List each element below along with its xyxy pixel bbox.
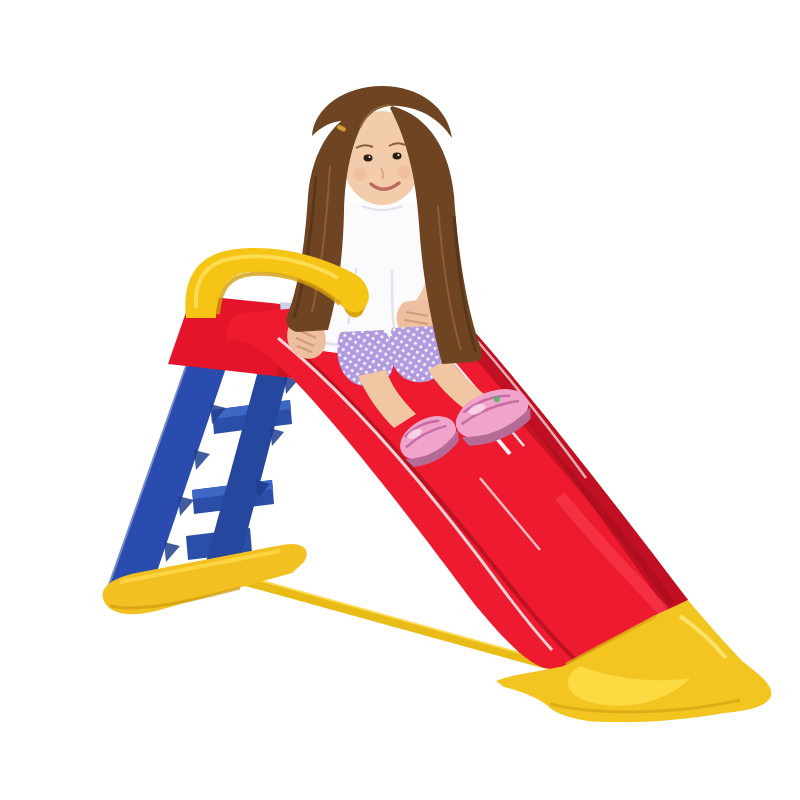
product-photo	[40, 16, 800, 800]
eye-glint	[369, 156, 371, 158]
cheek	[397, 165, 411, 179]
cheek	[353, 167, 367, 181]
right-eye	[393, 153, 402, 160]
eye-glint	[398, 154, 400, 156]
slide-scene	[40, 16, 800, 800]
left-eye	[364, 155, 373, 162]
